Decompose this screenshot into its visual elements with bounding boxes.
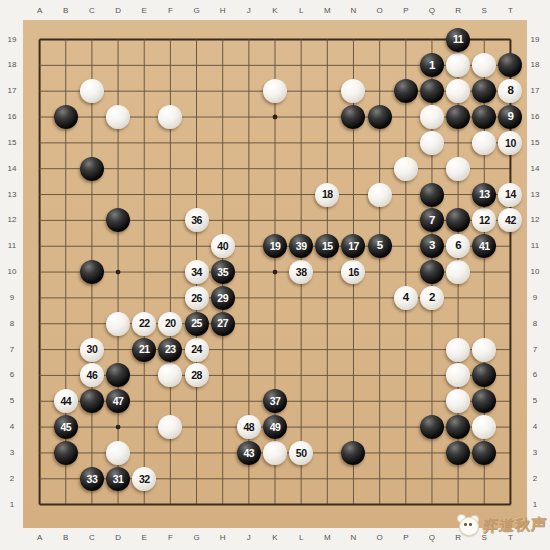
- col-label-bottom-K: K: [272, 534, 277, 542]
- move-number: 24: [191, 344, 202, 355]
- col-label-bottom-R: R: [455, 534, 461, 542]
- setup-stone-r6: [446, 363, 470, 387]
- setup-stone-r16: [446, 105, 470, 129]
- setup-stone-d8: [106, 312, 130, 336]
- col-label-top-M: M: [324, 7, 331, 15]
- move-number: 39: [296, 241, 307, 252]
- setup-stone-s3: [472, 441, 496, 465]
- row-label-left-11: 11: [8, 242, 16, 250]
- move-stone-30: 30: [80, 338, 104, 362]
- move-stone-20: 20: [158, 312, 182, 336]
- setup-stone-n3: [341, 441, 365, 465]
- row-label-left-14: 14: [8, 165, 17, 173]
- col-label-top-Q: Q: [429, 7, 435, 15]
- move-stone-41: 41: [472, 234, 496, 258]
- setup-stone-r4: [446, 415, 470, 439]
- col-label-top-G: G: [193, 7, 199, 15]
- col-label-top-D: D: [115, 7, 121, 15]
- row-label-left-2: 2: [10, 475, 14, 483]
- move-number: 47: [113, 396, 124, 407]
- setup-stone-s18: [472, 53, 496, 77]
- move-stone-39: 39: [289, 234, 313, 258]
- setup-stone-s5: [472, 389, 496, 413]
- col-label-bottom-M: M: [324, 534, 331, 542]
- col-label-bottom-J: J: [247, 534, 251, 542]
- setup-stone-p17: [394, 79, 418, 103]
- setup-stone-t18: [498, 53, 522, 77]
- move-stone-28: 28: [185, 363, 209, 387]
- setup-stone-r3: [446, 441, 470, 465]
- setup-stone-c17: [80, 79, 104, 103]
- move-number: 43: [244, 448, 255, 459]
- setup-stone-q15: [420, 131, 444, 155]
- move-number: 13: [479, 189, 490, 200]
- row-label-right-9: 9: [533, 294, 537, 302]
- move-number: 50: [296, 448, 307, 459]
- move-stone-50: 50: [289, 441, 313, 465]
- move-number: 37: [270, 396, 281, 407]
- move-number: 32: [139, 474, 150, 485]
- move-stone-22: 22: [132, 312, 156, 336]
- move-number: 4: [403, 292, 409, 304]
- move-stone-38: 38: [289, 260, 313, 284]
- col-label-bottom-D: D: [115, 534, 121, 542]
- row-label-right-5: 5: [533, 397, 537, 405]
- move-stone-3: 3: [420, 234, 444, 258]
- setup-stone-r14: [446, 157, 470, 181]
- move-number: 19: [270, 241, 281, 252]
- move-number: 2: [429, 292, 435, 304]
- move-stone-29: 29: [211, 286, 235, 310]
- row-label-left-4: 4: [10, 423, 14, 431]
- logo-eye-right: [469, 523, 472, 526]
- move-number: 11: [453, 34, 463, 45]
- move-stone-8: 8: [498, 79, 522, 103]
- row-label-right-17: 17: [531, 87, 540, 95]
- setup-stone-r7: [446, 338, 470, 362]
- move-stone-43: 43: [237, 441, 261, 465]
- move-stone-16: 16: [341, 260, 365, 284]
- row-label-right-7: 7: [533, 346, 537, 354]
- logo-head: [459, 517, 479, 536]
- move-stone-13: 13: [472, 183, 496, 207]
- setup-stone-r18: [446, 53, 470, 77]
- setup-stone-r10: [446, 260, 470, 284]
- move-stone-40: 40: [211, 234, 235, 258]
- setup-stone-n17: [341, 79, 365, 103]
- col-label-top-E: E: [142, 7, 147, 15]
- setup-stone-r17: [446, 79, 470, 103]
- move-stone-36: 36: [185, 208, 209, 232]
- move-number: 46: [87, 370, 98, 381]
- col-label-bottom-C: C: [89, 534, 95, 542]
- move-stone-48: 48: [237, 415, 261, 439]
- col-label-bottom-B: B: [63, 534, 68, 542]
- move-stone-2: 2: [420, 286, 444, 310]
- col-label-bottom-T: T: [508, 534, 513, 542]
- move-number: 26: [191, 293, 202, 304]
- logo-eye-left: [464, 523, 467, 526]
- move-number: 7: [429, 215, 435, 227]
- move-stone-32: 32: [132, 467, 156, 491]
- move-number: 10: [505, 138, 516, 149]
- move-number: 22: [139, 318, 150, 329]
- row-label-right-19: 19: [531, 36, 540, 44]
- move-number: 33: [87, 474, 98, 485]
- move-stone-33: 33: [80, 467, 104, 491]
- col-label-top-L: L: [299, 7, 303, 15]
- setup-stone-f6: [158, 363, 182, 387]
- col-label-bottom-L: L: [299, 534, 303, 542]
- setup-stone-c14: [80, 157, 104, 181]
- move-stone-11: 11: [446, 28, 470, 52]
- move-number: 23: [165, 344, 176, 355]
- go-diagram-page: 1234567891011121314151617181920212223242…: [0, 0, 550, 550]
- setup-stone-d12: [106, 208, 130, 232]
- move-stone-42: 42: [498, 208, 522, 232]
- move-number: 8: [507, 85, 513, 97]
- move-number: 18: [322, 189, 333, 200]
- setup-stone-r5: [446, 389, 470, 413]
- row-label-left-10: 10: [8, 268, 17, 276]
- col-label-top-N: N: [351, 7, 357, 15]
- setup-stone-q4: [420, 415, 444, 439]
- setup-stone-s17: [472, 79, 496, 103]
- move-number: 28: [191, 370, 202, 381]
- setup-stone-o13: [368, 183, 392, 207]
- row-label-left-16: 16: [8, 113, 17, 121]
- setup-stone-k17: [263, 79, 287, 103]
- setup-stone-f16: [158, 105, 182, 129]
- move-stone-23: 23: [158, 338, 182, 362]
- move-number: 1: [429, 60, 435, 72]
- col-label-bottom-N: N: [351, 534, 357, 542]
- move-stone-44: 44: [54, 389, 78, 413]
- row-label-left-18: 18: [8, 61, 17, 69]
- move-number: 31: [113, 474, 124, 485]
- col-label-bottom-P: P: [403, 534, 408, 542]
- col-label-bottom-G: G: [193, 534, 199, 542]
- row-label-left-3: 3: [10, 449, 14, 457]
- move-number: 36: [191, 215, 202, 226]
- move-number: 6: [455, 240, 461, 252]
- move-stone-37: 37: [263, 389, 287, 413]
- move-number: 38: [296, 267, 307, 278]
- row-label-right-4: 4: [533, 423, 537, 431]
- setup-stone-n16: [341, 105, 365, 129]
- col-label-top-B: B: [63, 7, 68, 15]
- move-stone-47: 47: [106, 389, 130, 413]
- move-number: 48: [244, 422, 255, 433]
- row-label-right-14: 14: [531, 165, 540, 173]
- col-label-top-S: S: [482, 7, 487, 15]
- move-stone-5: 5: [368, 234, 392, 258]
- watermark-text: 弈道秋声: [482, 514, 548, 535]
- setup-stone-f4: [158, 415, 182, 439]
- col-label-bottom-E: E: [142, 534, 147, 542]
- col-label-top-T: T: [508, 7, 513, 15]
- row-label-left-13: 13: [8, 191, 17, 199]
- setup-stone-p14: [394, 157, 418, 181]
- row-label-right-13: 13: [531, 191, 540, 199]
- move-stone-7: 7: [420, 208, 444, 232]
- move-stone-12: 12: [472, 208, 496, 232]
- col-label-bottom-H: H: [220, 534, 226, 542]
- move-stone-18: 18: [315, 183, 339, 207]
- setup-stone-s4: [472, 415, 496, 439]
- row-label-left-9: 9: [10, 294, 14, 302]
- setup-stone-b16: [54, 105, 78, 129]
- watermark: 弈道秋声: [457, 508, 547, 542]
- move-number: 44: [60, 396, 71, 407]
- row-label-right-8: 8: [533, 320, 537, 328]
- col-label-bottom-F: F: [168, 534, 173, 542]
- setup-stone-q17: [420, 79, 444, 103]
- go-board: 1234567891011121314151617181920212223242…: [23, 20, 527, 528]
- setup-stone-o16: [368, 105, 392, 129]
- setup-stone-c5: [80, 389, 104, 413]
- move-number: 12: [479, 215, 490, 226]
- move-number: 25: [191, 318, 202, 329]
- setup-stone-q16: [420, 105, 444, 129]
- row-label-right-6: 6: [533, 371, 537, 379]
- move-number: 15: [322, 241, 333, 252]
- move-number: 14: [505, 189, 516, 200]
- row-label-right-11: 11: [531, 242, 539, 250]
- col-label-top-P: P: [403, 7, 408, 15]
- move-stone-49: 49: [263, 415, 287, 439]
- move-number: 40: [217, 241, 228, 252]
- setup-stone-c10: [80, 260, 104, 284]
- move-stone-21: 21: [132, 338, 156, 362]
- row-label-left-7: 7: [10, 346, 14, 354]
- row-label-left-5: 5: [10, 397, 14, 405]
- setup-stone-q13: [420, 183, 444, 207]
- move-stone-45: 45: [54, 415, 78, 439]
- move-stone-14: 14: [498, 183, 522, 207]
- row-label-right-1: 1: [533, 501, 537, 509]
- move-number: 5: [377, 240, 383, 252]
- move-stone-24: 24: [185, 338, 209, 362]
- col-label-bottom-Q: Q: [429, 534, 435, 542]
- col-label-top-O: O: [377, 7, 383, 15]
- move-number: 9: [507, 111, 513, 123]
- col-label-top-R: R: [455, 7, 461, 15]
- move-stone-35: 35: [211, 260, 235, 284]
- col-label-top-F: F: [168, 7, 173, 15]
- col-label-bottom-S: S: [482, 534, 487, 542]
- move-number: 30: [87, 344, 98, 355]
- move-number: 17: [348, 241, 359, 252]
- move-number: 35: [217, 267, 228, 278]
- setup-stone-s16: [472, 105, 496, 129]
- setup-stone-b3: [54, 441, 78, 465]
- row-label-left-15: 15: [8, 139, 17, 147]
- move-stone-17: 17: [341, 234, 365, 258]
- move-stone-25: 25: [185, 312, 209, 336]
- row-label-right-18: 18: [531, 61, 540, 69]
- move-stone-9: 9: [498, 105, 522, 129]
- col-label-top-A: A: [37, 7, 42, 15]
- row-label-left-8: 8: [10, 320, 14, 328]
- move-stone-19: 19: [263, 234, 287, 258]
- row-label-right-15: 15: [531, 139, 540, 147]
- row-label-left-19: 19: [8, 36, 17, 44]
- move-stone-31: 31: [106, 467, 130, 491]
- setup-stone-d16: [106, 105, 130, 129]
- setup-stone-k3: [263, 441, 287, 465]
- setup-stone-r12: [446, 208, 470, 232]
- move-stone-46: 46: [80, 363, 104, 387]
- setup-stone-s6: [472, 363, 496, 387]
- stones-layer: 1234567891011121314151617181920212223242…: [23, 20, 527, 528]
- row-label-right-16: 16: [531, 113, 540, 121]
- col-label-bottom-A: A: [37, 534, 42, 542]
- setup-stone-s15: [472, 131, 496, 155]
- row-label-left-6: 6: [10, 371, 14, 379]
- setup-stone-q10: [420, 260, 444, 284]
- move-number: 21: [139, 344, 150, 355]
- move-number: 20: [165, 318, 176, 329]
- setup-stone-d3: [106, 441, 130, 465]
- move-number: 34: [191, 267, 202, 278]
- col-label-top-C: C: [89, 7, 95, 15]
- move-number: 41: [479, 241, 490, 252]
- move-stone-27: 27: [211, 312, 235, 336]
- move-number: 45: [60, 422, 71, 433]
- row-label-right-10: 10: [531, 268, 540, 276]
- row-label-left-17: 17: [8, 87, 17, 95]
- move-stone-1: 1: [420, 53, 444, 77]
- row-label-left-12: 12: [8, 216, 17, 224]
- move-stone-26: 26: [185, 286, 209, 310]
- col-label-top-K: K: [272, 7, 277, 15]
- move-number: 27: [217, 318, 228, 329]
- move-number: 3: [429, 240, 435, 252]
- row-label-right-3: 3: [533, 449, 537, 457]
- setup-stone-d6: [106, 363, 130, 387]
- move-stone-15: 15: [315, 234, 339, 258]
- move-stone-34: 34: [185, 260, 209, 284]
- setup-stone-s7: [472, 338, 496, 362]
- col-label-bottom-O: O: [377, 534, 383, 542]
- move-stone-6: 6: [446, 234, 470, 258]
- col-label-top-H: H: [220, 7, 226, 15]
- col-label-top-J: J: [247, 7, 251, 15]
- move-number: 29: [217, 293, 228, 304]
- move-number: 16: [348, 267, 359, 278]
- move-number: 49: [270, 422, 281, 433]
- row-label-right-12: 12: [531, 216, 540, 224]
- move-stone-4: 4: [394, 286, 418, 310]
- move-number: 42: [505, 215, 516, 226]
- row-label-left-1: 1: [10, 501, 14, 509]
- row-label-right-2: 2: [533, 475, 537, 483]
- move-stone-10: 10: [498, 131, 522, 155]
